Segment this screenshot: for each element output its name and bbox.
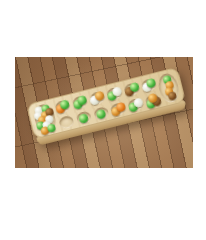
stone-green bbox=[78, 113, 89, 124]
stone-green bbox=[59, 99, 70, 110]
pit-bottom-6[interactable] bbox=[145, 93, 161, 108]
pit-top-6[interactable] bbox=[141, 78, 157, 93]
pit-bottom-1[interactable] bbox=[58, 115, 74, 130]
stone-green bbox=[96, 108, 107, 119]
photo-wood-floor bbox=[15, 57, 193, 168]
pit-top-3[interactable] bbox=[89, 91, 105, 106]
pit-bottom-4[interactable] bbox=[110, 102, 126, 117]
pit-bottom-2[interactable] bbox=[75, 110, 91, 125]
pit-bottom-3[interactable] bbox=[93, 106, 109, 121]
stone-brown bbox=[167, 91, 177, 101]
pit-top-1[interactable] bbox=[54, 99, 70, 114]
pit-top-2[interactable] bbox=[72, 95, 88, 110]
page bbox=[0, 0, 206, 240]
stone-green bbox=[146, 78, 157, 89]
pit-top-5[interactable] bbox=[123, 82, 139, 97]
stone-green bbox=[47, 123, 57, 133]
mancala-board bbox=[26, 67, 188, 147]
pit-top-4[interactable] bbox=[106, 86, 122, 101]
pit-bottom-5[interactable] bbox=[127, 98, 143, 113]
